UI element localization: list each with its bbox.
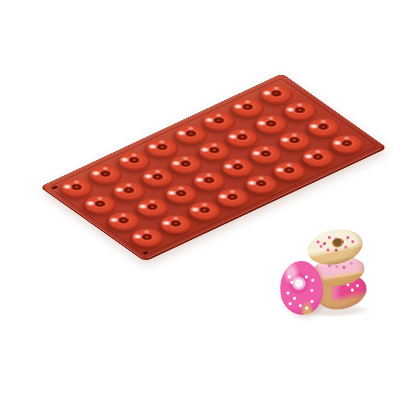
silicone-donut-mold xyxy=(39,73,388,262)
donut-stack-top xyxy=(304,225,366,270)
sprinkles xyxy=(288,275,291,278)
product-photo xyxy=(0,0,416,416)
sprinkles xyxy=(316,240,320,244)
stack-shadow xyxy=(292,303,370,317)
cavity-grid xyxy=(52,80,374,253)
sprinkles xyxy=(328,264,331,267)
sprinkles xyxy=(340,280,344,284)
mold-base-mat xyxy=(39,73,388,262)
donut-stack-middle xyxy=(309,253,367,290)
donut-stack-bottom xyxy=(313,270,370,315)
donut-front xyxy=(277,259,325,317)
